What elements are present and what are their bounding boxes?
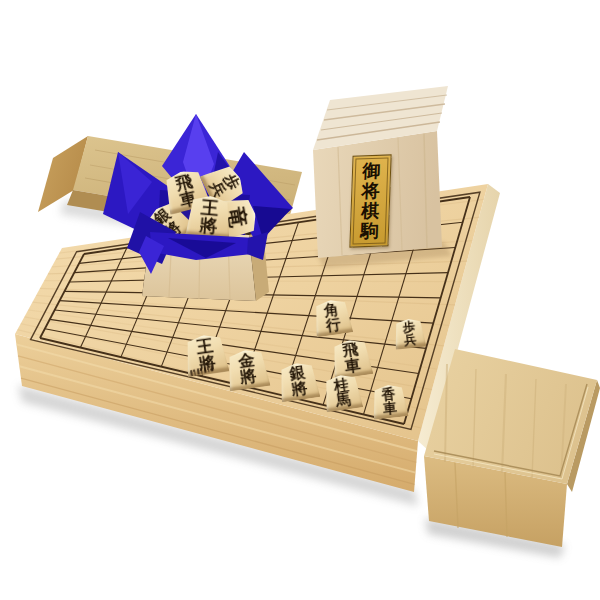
wrapping-cloth-front	[127, 212, 268, 274]
product-photo-stage: 銀將飛車歩兵竜王將角行歩兵飛車王將金將銀將桂馬香車 御将棋駒	[0, 0, 600, 600]
cloth-front-artwork	[0, 0, 600, 600]
